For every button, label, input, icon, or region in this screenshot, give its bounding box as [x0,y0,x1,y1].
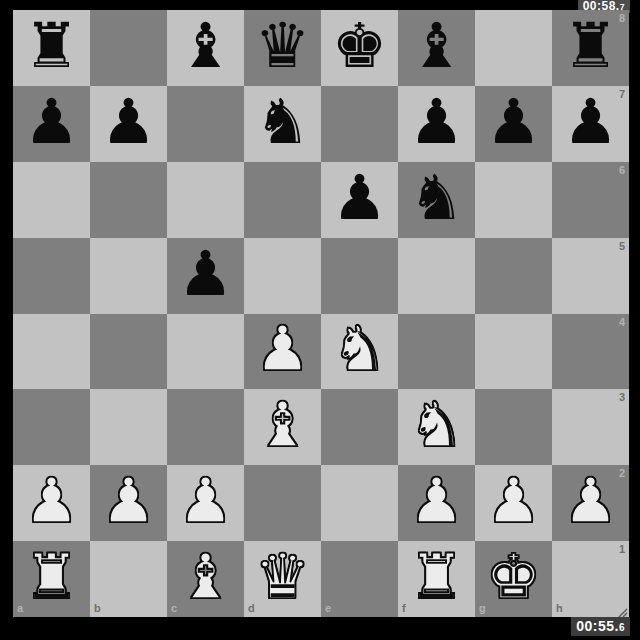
square-g3[interactable] [475,389,552,465]
piece-white-rook[interactable]: ♜ [24,546,80,608]
square-b5[interactable] [90,238,167,314]
square-g6[interactable] [475,162,552,238]
piece-black-knight[interactable]: ♞ [255,91,311,153]
square-g4[interactable] [475,314,552,390]
file-label-f: f [402,603,406,614]
square-a8[interactable]: ♜ [13,10,90,86]
square-a5[interactable] [13,238,90,314]
piece-white-pawn[interactable]: ♟ [101,470,157,532]
square-b7[interactable]: ♟ [90,86,167,162]
square-h7[interactable]: ♟7 [552,86,629,162]
rank-label-5: 5 [619,241,625,252]
clock-tenths-digit: 6 [619,622,625,633]
file-label-c: c [171,603,177,614]
square-a3[interactable] [13,389,90,465]
rank-label-6: 6 [619,165,625,176]
square-d4[interactable]: ♟ [244,314,321,390]
square-b6[interactable] [90,162,167,238]
square-c5[interactable]: ♟ [167,238,244,314]
chess-board[interactable]: ♜♝♛♚♝♜8♟♟♞♟♟♟7♟♞6♟5♟♞4♝♞3♟♟♟♟♟♟2♜ab♝c♛de… [13,10,629,617]
piece-black-king[interactable]: ♚ [332,15,388,77]
square-c2[interactable]: ♟ [167,465,244,541]
piece-white-pawn[interactable]: ♟ [24,470,80,532]
file-label-a: a [17,603,23,614]
piece-white-pawn[interactable]: ♟ [255,318,311,380]
piece-white-bishop[interactable]: ♝ [255,394,311,456]
square-g1[interactable]: ♚g [475,541,552,617]
square-c1[interactable]: ♝c [167,541,244,617]
square-c3[interactable] [167,389,244,465]
square-c8[interactable]: ♝ [167,10,244,86]
square-e1[interactable]: e [321,541,398,617]
square-f3[interactable]: ♞ [398,389,475,465]
square-a4[interactable] [13,314,90,390]
piece-white-pawn[interactable]: ♟ [563,470,619,532]
rank-label-4: 4 [619,317,625,328]
square-e7[interactable] [321,86,398,162]
piece-black-bishop[interactable]: ♝ [178,15,234,77]
chess-app: 00:58.7 ♜♝♛♚♝♜8♟♟♞♟♟♟7♟♞6♟5♟♞4♝♞3♟♟♟♟♟♟2… [0,0,640,640]
square-g7[interactable]: ♟ [475,86,552,162]
square-h2[interactable]: ♟2 [552,465,629,541]
file-label-e: e [325,603,331,614]
square-e2[interactable] [321,465,398,541]
square-c7[interactable] [167,86,244,162]
square-b8[interactable] [90,10,167,86]
piece-white-pawn[interactable]: ♟ [486,470,542,532]
square-d8[interactable]: ♛ [244,10,321,86]
square-f1[interactable]: ♜f [398,541,475,617]
piece-white-knight[interactable]: ♞ [332,318,388,380]
rank-label-2: 2 [619,468,625,479]
square-e8[interactable]: ♚ [321,10,398,86]
square-a1[interactable]: ♜a [13,541,90,617]
square-a6[interactable] [13,162,90,238]
piece-white-king[interactable]: ♚ [486,546,542,608]
square-d1[interactable]: ♛d [244,541,321,617]
square-g5[interactable] [475,238,552,314]
square-h1[interactable]: h1 [552,541,629,617]
piece-black-bishop[interactable]: ♝ [409,15,465,77]
piece-black-pawn[interactable]: ♟ [24,91,80,153]
square-h3[interactable]: 3 [552,389,629,465]
file-label-g: g [479,603,486,614]
square-a7[interactable]: ♟ [13,86,90,162]
square-d3[interactable]: ♝ [244,389,321,465]
file-label-d: d [248,603,255,614]
square-g8[interactable] [475,10,552,86]
square-f7[interactable]: ♟ [398,86,475,162]
square-b4[interactable] [90,314,167,390]
piece-black-rook[interactable]: ♜ [563,15,619,77]
piece-white-pawn[interactable]: ♟ [409,470,465,532]
piece-white-knight[interactable]: ♞ [409,394,465,456]
square-d2[interactable] [244,465,321,541]
square-b1[interactable]: b [90,541,167,617]
piece-white-bishop[interactable]: ♝ [178,546,234,608]
piece-black-pawn[interactable]: ♟ [178,243,234,305]
square-h5[interactable]: 5 [552,238,629,314]
rank-label-8: 8 [619,13,625,24]
piece-black-queen[interactable]: ♛ [255,15,311,77]
square-e6[interactable]: ♟ [321,162,398,238]
square-c4[interactable] [167,314,244,390]
resize-handle-icon[interactable] [616,604,628,616]
square-f8[interactable]: ♝ [398,10,475,86]
rank-label-3: 3 [619,392,625,403]
square-c6[interactable] [167,162,244,238]
file-label-b: b [94,603,101,614]
square-b3[interactable] [90,389,167,465]
square-d5[interactable] [244,238,321,314]
square-f6[interactable]: ♞ [398,162,475,238]
player-clock: 00:55.6 [571,617,630,636]
square-f4[interactable] [398,314,475,390]
square-g2[interactable]: ♟ [475,465,552,541]
piece-white-queen[interactable]: ♛ [255,546,311,608]
square-a2[interactable]: ♟ [13,465,90,541]
rank-label-1: 1 [619,544,625,555]
square-d6[interactable] [244,162,321,238]
piece-black-knight[interactable]: ♞ [409,167,465,229]
piece-black-pawn[interactable]: ♟ [332,167,388,229]
square-h6[interactable]: 6 [552,162,629,238]
square-d7[interactable]: ♞ [244,86,321,162]
piece-black-pawn[interactable]: ♟ [409,91,465,153]
piece-white-rook[interactable]: ♜ [409,546,465,608]
piece-black-pawn[interactable]: ♟ [486,91,542,153]
square-e5[interactable] [321,238,398,314]
square-e3[interactable] [321,389,398,465]
square-f5[interactable] [398,238,475,314]
square-h4[interactable]: 4 [552,314,629,390]
square-e4[interactable]: ♞ [321,314,398,390]
square-f2[interactable]: ♟ [398,465,475,541]
square-b2[interactable]: ♟ [90,465,167,541]
file-label-h: h [556,603,563,614]
piece-black-rook[interactable]: ♜ [24,15,80,77]
square-h8[interactable]: ♜8 [552,10,629,86]
piece-white-pawn[interactable]: ♟ [178,470,234,532]
rank-label-7: 7 [619,89,625,100]
piece-black-pawn[interactable]: ♟ [563,91,619,153]
clock-main-digits: 00:55. [576,618,619,634]
piece-black-pawn[interactable]: ♟ [101,91,157,153]
